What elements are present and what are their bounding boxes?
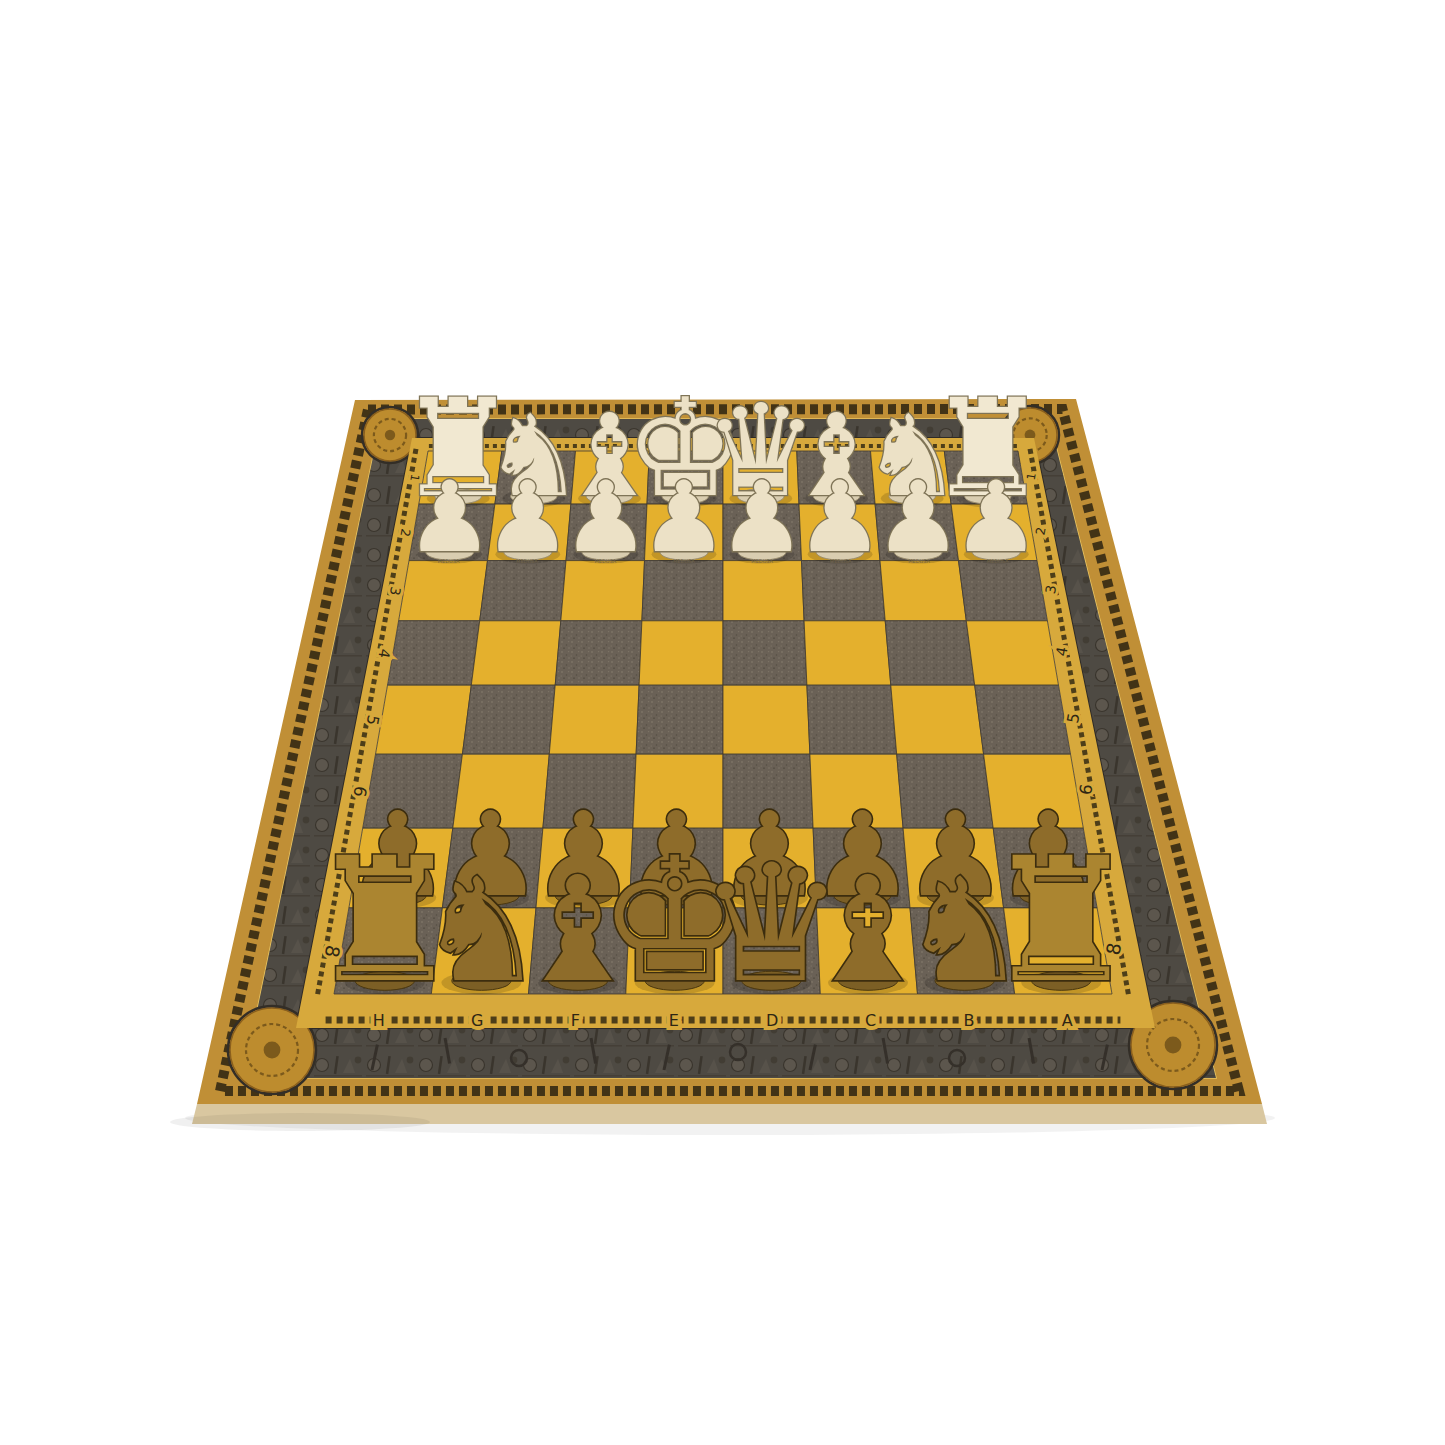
- pawn-base-inscription: MEDUSA: [673, 558, 695, 564]
- square-h4[interactable]: [388, 621, 480, 685]
- piece-glyph: ♟: [406, 460, 494, 574]
- pawn-base-inscription: MEDUSA: [830, 558, 852, 564]
- piece-white-pawn-f2[interactable]: ♟ MEDUSA: [562, 460, 650, 574]
- chess-set-photo: H G F E D C B A 1 1 2 2 3 3 4 4 5 5 6 6 …: [0, 0, 1445, 1445]
- piece-black-rook-a8[interactable]: ♜: [984, 821, 1138, 1020]
- square-g4[interactable]: [471, 621, 561, 685]
- pawn-base-inscription: MEDUSA: [751, 558, 773, 564]
- square-a4[interactable]: [966, 621, 1058, 685]
- square-c4[interactable]: [804, 621, 891, 685]
- square-d4[interactable]: [723, 621, 807, 685]
- file-label-F: F: [571, 1011, 580, 1030]
- piece-glyph: ♟: [562, 460, 650, 574]
- pawn-base-inscription: MEDUSA: [908, 558, 930, 564]
- piece-glyph: ♟: [874, 460, 962, 574]
- square-e5[interactable]: [636, 685, 723, 754]
- pawn-base-inscription: MEDUSA: [438, 558, 460, 564]
- pawn-base-inscription: MEDUSA: [594, 558, 616, 564]
- piece-glyph: ♜: [984, 821, 1138, 1020]
- square-a5[interactable]: [975, 685, 1071, 754]
- square-g5[interactable]: [462, 685, 555, 754]
- square-c5[interactable]: [807, 685, 897, 754]
- piece-glyph: ♟: [796, 460, 884, 574]
- file-label-G: G: [471, 1011, 483, 1030]
- pawn-base-inscription: MEDUSA: [987, 558, 1009, 564]
- piece-white-pawn-d2[interactable]: ♟ MEDUSA: [718, 460, 806, 574]
- square-f5[interactable]: [549, 685, 639, 754]
- piece-white-pawn-b2[interactable]: ♟ MEDUSA: [874, 460, 962, 574]
- piece-white-pawn-a2[interactable]: ♟ MEDUSA: [952, 460, 1040, 574]
- piece-white-pawn-c2[interactable]: ♟ MEDUSA: [796, 460, 884, 574]
- file-label-B: B: [963, 1011, 974, 1030]
- square-b5[interactable]: [891, 685, 984, 754]
- piece-glyph: ♟: [952, 460, 1040, 574]
- file-label-C: C: [865, 1011, 876, 1030]
- piece-glyph: ♟: [718, 460, 806, 574]
- square-h5[interactable]: [376, 685, 472, 754]
- piece-white-pawn-g2[interactable]: ♟ MEDUSA: [484, 460, 572, 574]
- piece-white-pawn-e2[interactable]: ♟ MEDUSA: [640, 460, 728, 574]
- piece-white-pawn-h2[interactable]: ♟ MEDUSA: [406, 460, 494, 574]
- square-e4[interactable]: [639, 621, 723, 685]
- square-d5[interactable]: [723, 685, 810, 754]
- pawn-base-inscription: MEDUSA: [516, 558, 538, 564]
- board-shadow-left: [170, 1113, 430, 1131]
- piece-glyph: ♟: [640, 460, 728, 574]
- square-b4[interactable]: [885, 621, 975, 685]
- board-svg: H G F E D C B A 1 1 2 2 3 3 4 4 5 5 6 6 …: [0, 0, 1445, 1445]
- piece-glyph: ♟: [484, 460, 572, 574]
- square-f4[interactable]: [555, 621, 642, 685]
